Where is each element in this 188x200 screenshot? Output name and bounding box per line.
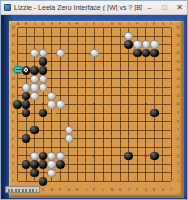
black-stone[interactable]	[22, 92, 31, 101]
coordinate-label: 15	[11, 60, 15, 63]
coordinate-label: P	[136, 189, 138, 192]
white-stone[interactable]	[30, 83, 39, 92]
black-stone[interactable]	[133, 49, 142, 58]
coordinate-label: 18	[177, 34, 181, 37]
coordinate-label: 19	[177, 26, 181, 29]
white-stone[interactable]	[30, 75, 39, 84]
white-stone[interactable]	[124, 32, 133, 41]
coordinate-label: 10	[177, 103, 181, 106]
coordinate-label: 11	[11, 94, 14, 97]
yellow-move-label: 85	[52, 112, 56, 116]
coordinate-label: 18	[11, 34, 15, 37]
red-dot-marker	[144, 154, 147, 157]
white-stone[interactable]	[150, 40, 159, 49]
grid-line-v	[103, 28, 104, 182]
coordinate-label: 16	[11, 52, 15, 55]
board[interactable]: AABBCCDDEEFFGGHHJJKKLLMMNNOOPPQQRRSSTT19…	[9, 21, 184, 198]
coordinate-label: 8	[178, 120, 180, 123]
coordinate-label: 13	[177, 77, 181, 80]
coordinate-label: G	[68, 189, 71, 192]
black-stone[interactable]	[142, 49, 151, 58]
black-stone[interactable]	[150, 109, 159, 118]
white-stone[interactable]	[90, 49, 99, 58]
black-stone[interactable]	[39, 177, 48, 186]
coordinate-label: J	[85, 22, 87, 25]
black-stone[interactable]	[39, 57, 48, 66]
coordinate-label: F	[59, 189, 61, 192]
black-stone[interactable]	[39, 152, 48, 161]
grid-line-h	[18, 121, 172, 122]
grid-line-v	[171, 28, 172, 182]
coordinate-label: 2	[12, 171, 14, 174]
white-stone[interactable]	[30, 49, 39, 58]
coordinate-label: Q	[145, 189, 148, 192]
coordinate-label: 4	[178, 154, 180, 157]
coordinate-label: E	[51, 189, 53, 192]
coordinate-label: D	[42, 22, 44, 25]
coordinate-label: S	[162, 22, 164, 25]
coordinate-label: L	[102, 22, 104, 25]
white-stone[interactable]	[39, 83, 48, 92]
white-stone[interactable]	[47, 152, 56, 161]
grid-line-v	[111, 28, 112, 182]
grid-line-h	[18, 130, 172, 131]
maximize-button[interactable]: □	[157, 2, 172, 14]
black-stone[interactable]	[56, 160, 65, 169]
white-stone[interactable]	[47, 160, 56, 169]
black-stone[interactable]	[124, 152, 133, 161]
coordinate-label: O	[127, 189, 130, 192]
coordinate-label: R	[153, 189, 155, 192]
coordinate-label: F	[59, 22, 61, 25]
white-stone[interactable]	[39, 49, 48, 58]
coordinate-label: 7	[178, 129, 180, 132]
black-stone[interactable]	[22, 160, 31, 169]
coordinate-label: O	[127, 22, 130, 25]
coordinate-label: 1	[178, 180, 180, 183]
black-stone[interactable]	[124, 40, 133, 49]
coordinate-label: 2	[178, 171, 180, 174]
black-stone[interactable]	[39, 109, 48, 118]
coordinate-label: N	[119, 22, 121, 25]
coordinate-label: 12	[11, 86, 15, 89]
coordinate-label: 17	[177, 43, 181, 46]
black-stone[interactable]	[22, 109, 31, 118]
coordinate-label: 12	[177, 86, 181, 89]
coordinate-label: 8	[12, 120, 14, 123]
black-stone[interactable]	[30, 126, 39, 135]
coordinate-label: N	[119, 189, 121, 192]
white-stone[interactable]	[22, 83, 31, 92]
white-stone[interactable]	[47, 100, 56, 109]
grid-line-h	[18, 147, 172, 148]
coordinate-label: C	[33, 22, 35, 25]
white-stone[interactable]	[142, 40, 151, 49]
title-bar[interactable]: Lizzie - Leela Zero Interface ( [W] vs ?…	[1, 1, 187, 15]
window-title: Lizzie - Leela Zero Interface ( [W] vs ?…	[14, 4, 142, 11]
grid-line-h	[18, 172, 172, 173]
white-stone[interactable]	[65, 134, 74, 143]
coordinate-label: M	[110, 22, 113, 25]
coordinate-label: K	[93, 22, 95, 25]
black-stone[interactable]	[13, 100, 22, 109]
coordinate-label: H	[76, 189, 78, 192]
coordinate-label: R	[153, 22, 155, 25]
minimize-button[interactable]: –	[142, 2, 157, 14]
coordinate-label: M	[110, 189, 113, 192]
coordinate-label: 9	[12, 111, 14, 114]
status-tooltip	[5, 186, 40, 193]
black-stone[interactable]	[22, 100, 31, 109]
coordinate-label: H	[76, 22, 78, 25]
coordinate-label: 6	[178, 137, 180, 140]
coordinate-label: 15	[177, 60, 181, 63]
white-stone[interactable]	[47, 169, 56, 178]
white-stone[interactable]	[56, 100, 65, 109]
white-stone[interactable]	[56, 49, 65, 58]
coordinate-label: 4	[12, 154, 14, 157]
coordinate-label: 3	[178, 163, 180, 166]
close-button[interactable]: ✕	[172, 2, 187, 14]
black-stone[interactable]	[22, 134, 31, 143]
white-stone[interactable]	[47, 92, 56, 101]
coordinate-label: P	[136, 22, 138, 25]
coordinate-label: T	[170, 22, 172, 25]
coordinate-label: 16	[177, 52, 181, 55]
coordinate-label: E	[51, 22, 53, 25]
best-move-candidate[interactable]	[14, 66, 22, 74]
app-icon	[4, 4, 11, 11]
coordinate-label: 3	[12, 163, 14, 166]
coordinate-label: J	[85, 189, 87, 192]
coordinate-label: 19	[11, 26, 15, 29]
coordinate-label: G	[68, 22, 71, 25]
grid-line-h	[18, 138, 172, 139]
coordinate-label: A	[16, 22, 18, 25]
coordinate-label: D	[42, 189, 44, 192]
coordinate-label: 5	[178, 146, 180, 149]
coordinate-label: K	[93, 189, 95, 192]
white-stone[interactable]	[30, 92, 39, 101]
grid-line-v	[120, 28, 121, 182]
client-area: AABBCCDDEEFFGGHHJJKKLLMMNNOOPPQQRRSSTT19…	[1, 15, 188, 200]
coordinate-label: 7	[12, 129, 14, 132]
coordinate-label: 9	[178, 111, 180, 114]
coordinate-label: B	[25, 22, 27, 25]
black-stone[interactable]	[30, 66, 39, 75]
coordinate-label: 1	[12, 180, 14, 183]
white-stone[interactable]	[65, 126, 74, 135]
coordinate-label: 5	[12, 146, 14, 149]
lizzie-window: Lizzie - Leela Zero Interface ( [W] vs ?…	[0, 0, 188, 200]
coordinate-label: 17	[11, 43, 15, 46]
coordinate-label: 6	[12, 137, 14, 140]
coordinate-label: Q	[145, 22, 148, 25]
white-stone[interactable]	[30, 152, 39, 161]
black-stone[interactable]	[30, 169, 39, 178]
white-stone[interactable]	[133, 40, 142, 49]
black-stone[interactable]	[150, 152, 159, 161]
grid-line-v	[162, 28, 163, 182]
white-stone[interactable]	[56, 152, 65, 161]
black-stone[interactable]	[30, 160, 39, 169]
coordinate-label: 14	[177, 69, 181, 72]
coordinate-label: S	[162, 189, 164, 192]
white-stone[interactable]	[39, 75, 48, 84]
coordinate-label: L	[102, 189, 104, 192]
coordinate-label: T	[170, 189, 172, 192]
coordinate-label: 11	[177, 94, 180, 97]
black-stone[interactable]	[150, 49, 159, 58]
black-stone[interactable]	[39, 66, 48, 75]
coordinate-label: 13	[11, 77, 15, 80]
black-stone[interactable]	[39, 160, 48, 169]
